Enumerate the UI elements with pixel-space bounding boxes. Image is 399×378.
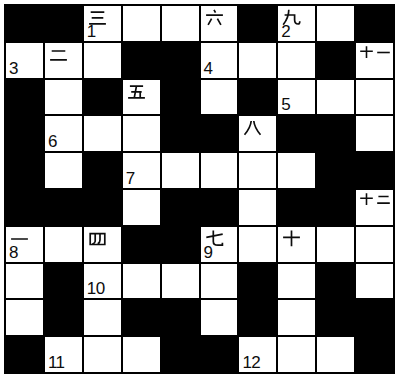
block-cell-r3c5 — [201, 116, 238, 151]
cell-r7c2[interactable]: 10 — [84, 264, 121, 299]
cell-r6c9[interactable] — [356, 227, 393, 262]
cell-r4c6[interactable] — [239, 153, 276, 188]
cell-r6c6[interactable] — [239, 227, 276, 262]
block-cell-r6c4 — [162, 227, 199, 262]
block-cell-r3c8 — [317, 116, 354, 151]
down-clue-number-十一 — [359, 45, 391, 60]
block-cell-r8c4 — [162, 300, 199, 335]
crossword-grid: 123456789101112 — [4, 4, 395, 374]
cell-r1c1[interactable] — [45, 43, 82, 78]
cell-r4c4[interactable] — [162, 153, 199, 188]
cell-r0c8[interactable] — [317, 6, 354, 41]
cell-r3c2[interactable] — [84, 116, 121, 151]
cell-r1c0[interactable]: 3 — [6, 43, 43, 78]
across-clue-number-8: 8 — [9, 244, 18, 261]
cell-r0c5[interactable] — [201, 6, 238, 41]
cell-r7c5[interactable] — [201, 264, 238, 299]
cell-r6c2[interactable] — [84, 227, 121, 262]
cell-r9c1[interactable]: 11 — [45, 337, 82, 372]
block-cell-r6c3 — [123, 227, 160, 262]
cell-r0c2[interactable]: 1 — [84, 6, 121, 41]
cell-r4c1[interactable] — [45, 153, 82, 188]
cell-r1c6[interactable] — [239, 43, 276, 78]
down-clue-number-二 — [48, 45, 69, 65]
block-cell-r7c8 — [317, 264, 354, 299]
cell-r5c3[interactable] — [123, 190, 160, 225]
block-cell-r2c2 — [84, 80, 121, 115]
cell-r1c2[interactable] — [84, 43, 121, 78]
cell-r3c1[interactable]: 6 — [45, 116, 82, 151]
block-cell-r8c9 — [356, 300, 393, 335]
cell-r8c2[interactable] — [84, 300, 121, 335]
block-cell-r8c1 — [45, 300, 82, 335]
cell-r7c3[interactable] — [123, 264, 160, 299]
block-cell-r2c0 — [6, 80, 43, 115]
cell-r9c2[interactable] — [84, 337, 121, 372]
cell-r3c6[interactable] — [239, 116, 276, 151]
cell-r2c7[interactable]: 5 — [278, 80, 315, 115]
across-clue-number-4: 4 — [204, 60, 213, 77]
block-cell-r1c4 — [162, 43, 199, 78]
block-cell-r2c6 — [239, 80, 276, 115]
cell-r6c7[interactable] — [278, 227, 315, 262]
block-cell-r4c2 — [84, 153, 121, 188]
down-clue-number-五 — [126, 82, 147, 102]
cell-r0c3[interactable] — [123, 6, 160, 41]
block-cell-r5c1 — [45, 190, 82, 225]
block-cell-r8c8 — [317, 300, 354, 335]
block-cell-r5c2 — [84, 190, 121, 225]
cell-r9c8[interactable] — [317, 337, 354, 372]
cell-r0c7[interactable]: 2 — [278, 6, 315, 41]
block-cell-r9c0 — [6, 337, 43, 372]
cell-r1c5[interactable]: 4 — [201, 43, 238, 78]
cell-r2c1[interactable] — [45, 80, 82, 115]
cell-r9c7[interactable] — [278, 337, 315, 372]
cell-r2c5[interactable] — [201, 80, 238, 115]
block-cell-r5c0 — [6, 190, 43, 225]
across-clue-number-5: 5 — [281, 96, 290, 113]
cell-r6c5[interactable]: 9 — [201, 227, 238, 262]
block-cell-r5c5 — [201, 190, 238, 225]
cell-r7c0[interactable] — [6, 264, 43, 299]
across-clue-number-1: 1 — [87, 23, 96, 40]
across-clue-number-2: 2 — [281, 23, 290, 40]
block-cell-r5c7 — [278, 190, 315, 225]
cell-r2c3[interactable] — [123, 80, 160, 115]
down-clue-number-十二 — [359, 192, 391, 207]
block-cell-r4c8 — [317, 153, 354, 188]
cell-r7c7[interactable] — [278, 264, 315, 299]
cell-r4c3[interactable]: 7 — [123, 153, 160, 188]
cell-r9c3[interactable] — [123, 337, 160, 372]
cell-r8c5[interactable] — [201, 300, 238, 335]
cell-r6c8[interactable] — [317, 227, 354, 262]
down-clue-number-八 — [242, 118, 263, 138]
across-clue-number-11: 11 — [48, 354, 65, 371]
block-cell-r3c0 — [6, 116, 43, 151]
cell-r3c9[interactable] — [356, 116, 393, 151]
cell-r1c7[interactable] — [278, 43, 315, 78]
down-clue-number-十 — [281, 229, 302, 249]
across-clue-number-9: 9 — [204, 244, 213, 261]
block-cell-r9c5 — [201, 337, 238, 372]
cell-r8c7[interactable] — [278, 300, 315, 335]
cell-r7c9[interactable] — [356, 264, 393, 299]
block-cell-r3c4 — [162, 116, 199, 151]
across-clue-number-3: 3 — [9, 60, 18, 77]
block-cell-r8c6 — [239, 300, 276, 335]
block-cell-r1c3 — [123, 43, 160, 78]
block-cell-r3c7 — [278, 116, 315, 151]
across-clue-number-12: 12 — [242, 354, 260, 371]
across-clue-number-10: 10 — [87, 280, 105, 297]
block-cell-r5c8 — [317, 190, 354, 225]
block-cell-r0c1 — [45, 6, 82, 41]
block-cell-r8c3 — [123, 300, 160, 335]
cell-r9c6[interactable]: 12 — [239, 337, 276, 372]
block-cell-r9c9 — [356, 337, 393, 372]
cell-r4c5[interactable] — [201, 153, 238, 188]
cell-r1c9[interactable] — [356, 43, 393, 78]
block-cell-r1c8 — [317, 43, 354, 78]
block-cell-r9c4 — [162, 337, 199, 372]
block-cell-r5c4 — [162, 190, 199, 225]
cell-r0c4[interactable] — [162, 6, 199, 41]
block-cell-r7c6 — [239, 264, 276, 299]
cell-r5c9[interactable] — [356, 190, 393, 225]
block-cell-r0c0 — [6, 6, 43, 41]
cell-r8c0[interactable] — [6, 300, 43, 335]
crossword-page: { "game": "crossword", "variant": "Chine… — [0, 0, 399, 378]
block-cell-r0c9 — [356, 6, 393, 41]
block-cell-r0c6 — [239, 6, 276, 41]
block-cell-r2c4 — [162, 80, 199, 115]
block-cell-r4c9 — [356, 153, 393, 188]
cell-r5c6[interactable] — [239, 190, 276, 225]
cell-r3c3[interactable] — [123, 116, 160, 151]
cell-r7c4[interactable] — [162, 264, 199, 299]
down-clue-number-四 — [87, 229, 108, 249]
cell-r2c9[interactable] — [356, 80, 393, 115]
across-clue-number-6: 6 — [48, 133, 57, 150]
cell-r6c1[interactable] — [45, 227, 82, 262]
cell-r6c0[interactable]: 8 — [6, 227, 43, 262]
down-clue-number-六 — [204, 8, 225, 28]
across-clue-number-7: 7 — [126, 170, 135, 187]
cell-r2c8[interactable] — [317, 80, 354, 115]
cell-r4c7[interactable] — [278, 153, 315, 188]
block-cell-r7c1 — [45, 264, 82, 299]
block-cell-r4c0 — [6, 153, 43, 188]
